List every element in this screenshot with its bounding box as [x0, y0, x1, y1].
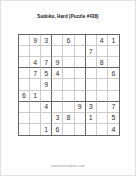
cell-r9c4-given-6: 6	[52, 124, 63, 135]
cell-r3c1-empty	[19, 57, 30, 68]
cell-r6c1-given-6: 6	[19, 91, 30, 102]
cell-r9c5-empty	[63, 124, 74, 135]
cell-r2c5-empty	[63, 46, 74, 57]
cell-r4c4-given-4: 4	[52, 68, 63, 79]
cell-r2c4-empty	[52, 46, 63, 57]
cell-r6c7-empty	[86, 91, 97, 102]
cell-r1c4-empty	[52, 35, 63, 46]
cell-r7c9-given-7: 7	[108, 102, 119, 113]
cell-r3c7-empty	[86, 57, 97, 68]
sudoku-grid: 9364174798754696149373815164	[18, 34, 120, 136]
cell-r6c3-empty	[41, 91, 52, 102]
cell-r2c2-empty	[30, 46, 41, 57]
cell-r9c1-empty	[19, 124, 30, 135]
cell-r1c6-empty	[75, 35, 86, 46]
cell-r1c9-given-1: 1	[108, 35, 119, 46]
cell-r2c1-empty	[19, 46, 30, 57]
cell-r8c6-empty	[75, 113, 86, 124]
cell-r6c6-empty	[75, 91, 86, 102]
cell-r3c3-given-7: 7	[41, 57, 52, 68]
cell-r4c8-empty	[97, 68, 108, 79]
cell-r5c3-given-9: 9	[41, 79, 52, 90]
cell-r4c3-given-5: 5	[41, 68, 52, 79]
cell-r9c2-empty	[30, 124, 41, 135]
cell-r5c7-empty	[86, 79, 97, 90]
cell-r9c9-given-4: 4	[108, 124, 119, 135]
cell-r6c2-given-1: 1	[30, 91, 41, 102]
cell-r4c7-empty	[86, 68, 97, 79]
cell-r4c6-empty	[75, 68, 86, 79]
cell-r8c1-empty	[19, 113, 30, 124]
cell-r3c6-empty	[75, 57, 86, 68]
cell-r8c2-empty	[30, 113, 41, 124]
cell-r2c6-empty	[75, 46, 86, 57]
cell-r7c3-given-4: 4	[41, 102, 52, 113]
cell-r7c2-empty	[30, 102, 41, 113]
cell-r2c7-given-7: 7	[86, 46, 97, 57]
cell-r3c8-given-8: 8	[97, 57, 108, 68]
cell-r7c8-empty	[97, 102, 108, 113]
cell-r8c7-given-1: 1	[86, 113, 97, 124]
cell-r3c5-empty	[63, 57, 74, 68]
cell-r1c8-given-4: 4	[97, 35, 108, 46]
cell-r4c9-given-6: 6	[108, 68, 119, 79]
cell-r1c7-empty	[86, 35, 97, 46]
cell-r6c5-empty	[63, 91, 74, 102]
footer-url: www.printsudoku.com	[1, 164, 135, 168]
cell-r6c8-empty	[97, 91, 108, 102]
puzzle-title: Sudoku, Hard (Puzzle #438)	[1, 14, 135, 19]
cell-r2c3-empty	[41, 46, 52, 57]
cell-r6c9-empty	[108, 91, 119, 102]
cell-r8c5-given-8: 8	[63, 113, 74, 124]
cell-r4c1-empty	[19, 68, 30, 79]
cell-r1c5-given-6: 6	[63, 35, 74, 46]
cell-r3c2-given-4: 4	[30, 57, 41, 68]
cell-r7c4-empty	[52, 102, 63, 113]
cell-r4c5-empty	[63, 68, 74, 79]
cell-r8c3-empty	[41, 113, 52, 124]
cell-r9c6-empty	[75, 124, 86, 135]
cell-r3c4-given-9: 9	[52, 57, 63, 68]
cell-r4c2-given-7: 7	[30, 68, 41, 79]
cell-r7c5-empty	[63, 102, 74, 113]
cell-r6c4-empty	[52, 91, 63, 102]
cell-r5c5-empty	[63, 79, 74, 90]
cell-r1c3-given-3: 3	[41, 35, 52, 46]
cell-r8c4-given-3: 3	[52, 113, 63, 124]
sudoku-page: Sudoku, Hard (Puzzle #438) 9364174798754…	[0, 0, 136, 176]
cell-r9c7-empty	[86, 124, 97, 135]
cell-r7c7-given-3: 3	[86, 102, 97, 113]
cell-r3c9-empty	[108, 57, 119, 68]
cell-r1c1-empty	[19, 35, 30, 46]
cell-r5c6-empty	[75, 79, 86, 90]
cell-r5c8-empty	[97, 79, 108, 90]
cell-r5c9-empty	[108, 79, 119, 90]
cell-r7c6-given-9: 9	[75, 102, 86, 113]
cell-r2c9-empty	[108, 46, 119, 57]
cell-r9c3-given-1: 1	[41, 124, 52, 135]
cell-r5c2-empty	[30, 79, 41, 90]
cell-r8c9-given-5: 5	[108, 113, 119, 124]
cell-r8c8-empty	[97, 113, 108, 124]
cell-r2c8-empty	[97, 46, 108, 57]
cell-r7c1-empty	[19, 102, 30, 113]
cell-r1c2-given-9: 9	[30, 35, 41, 46]
cell-r9c8-empty	[97, 124, 108, 135]
cell-r5c1-empty	[19, 79, 30, 90]
cell-r5c4-empty	[52, 79, 63, 90]
